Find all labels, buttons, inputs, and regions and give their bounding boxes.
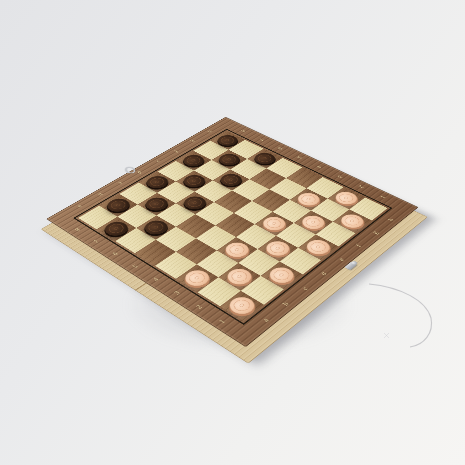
- photo-background: abcdefgh abcdefgh 87654321 87654321: [0, 0, 465, 465]
